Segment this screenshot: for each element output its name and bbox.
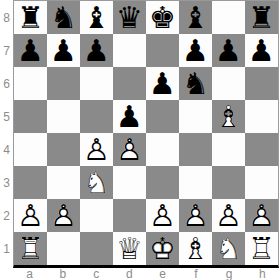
square-g3[interactable] [212,166,245,199]
square-b8[interactable]: ♞ [47,1,80,34]
square-b3[interactable] [47,166,80,199]
white-pawn-glyph: ♙ [149,198,176,233]
black-king: ♚ [149,3,176,33]
black-pawn-glyph: ♟ [83,33,110,68]
white-rook-glyph: ♖ [17,231,44,266]
rank-label-8: 8 [0,1,13,34]
rank-label-4: 4 [0,133,13,166]
square-h6[interactable] [245,67,278,100]
square-g5[interactable]: ♝♗ [212,100,245,133]
white-pawn-glyph: ♙ [50,198,77,233]
white-pawn: ♟♙ [215,201,242,231]
square-f6[interactable]: ♞ [179,67,212,100]
black-bishop: ♝ [182,3,209,33]
square-h3[interactable] [245,166,278,199]
square-c5[interactable] [80,100,113,133]
square-f8[interactable]: ♝ [179,1,212,34]
black-pawn: ♟ [83,36,110,66]
black-bishop-glyph: ♝ [182,0,209,35]
black-rook-glyph: ♜ [17,0,44,35]
square-c8[interactable]: ♝ [80,1,113,34]
white-pawn-glyph: ♙ [17,198,44,233]
square-b4[interactable] [47,133,80,166]
square-f4[interactable] [179,133,212,166]
white-king-glyph: ♔ [149,231,176,266]
square-h4[interactable] [245,133,278,166]
white-bishop: ♝♗ [215,102,242,132]
white-pawn: ♟♙ [116,135,143,165]
black-bishop-glyph: ♝ [83,0,110,35]
square-f1[interactable]: ♝♗ [179,232,212,265]
black-pawn-glyph: ♟ [248,33,275,68]
square-c1[interactable] [80,232,113,265]
file-label-f: f [179,268,212,280]
file-label-e: e [146,268,179,280]
square-g4[interactable] [212,133,245,166]
white-pawn: ♟♙ [248,201,275,231]
black-knight: ♞ [182,69,209,99]
square-c6[interactable] [80,67,113,100]
file-label-b: b [46,268,79,280]
white-pawn: ♟♙ [50,201,77,231]
white-pawn-glyph: ♙ [83,132,110,167]
square-g7[interactable]: ♟ [212,34,245,67]
square-d4[interactable]: ♟♙ [113,133,146,166]
square-g2[interactable]: ♟♙ [212,199,245,232]
white-pawn: ♟♙ [17,201,44,231]
black-knight-glyph: ♞ [50,0,77,35]
square-a4[interactable] [14,133,47,166]
white-king: ♚♔ [149,234,176,264]
white-queen: ♛♕ [116,234,143,264]
white-pawn: ♟♙ [83,135,110,165]
black-pawn: ♟ [149,69,176,99]
square-g6[interactable] [212,67,245,100]
square-d2[interactable] [113,199,146,232]
square-h2[interactable]: ♟♙ [245,199,278,232]
square-d5[interactable]: ♟ [113,100,146,133]
black-pawn: ♟ [248,36,275,66]
black-rook: ♜ [248,3,275,33]
black-pawn-glyph: ♟ [17,33,44,68]
black-rook: ♜ [17,3,44,33]
file-label-c: c [80,268,113,280]
black-pawn: ♟ [215,36,242,66]
square-h1[interactable]: ♜♖ [245,232,278,265]
black-queen-glyph: ♛ [116,0,143,35]
black-queen: ♛ [116,3,143,33]
white-pawn: ♟♙ [182,201,209,231]
square-e2[interactable]: ♟♙ [146,199,179,232]
black-pawn: ♟ [50,36,77,66]
square-e8[interactable]: ♚ [146,1,179,34]
file-labels: abcdefgh [13,268,279,280]
black-pawn: ♟ [116,102,143,132]
chess-board: ♜♞♝♛♚♝♜♟♟♟♟♟♟♟♞♟♝♗♟♙♟♙♞♘♟♙♟♙♟♙♟♙♟♙♟♙♜♖♛♕… [13,0,279,268]
square-a8[interactable]: ♜ [14,1,47,34]
white-rook: ♜♖ [17,234,44,264]
white-rook: ♜♖ [248,234,275,264]
black-bishop: ♝ [83,3,110,33]
white-knight-glyph: ♘ [215,231,242,266]
black-pawn-glyph: ♟ [116,99,143,134]
square-c7[interactable]: ♟ [80,34,113,67]
square-g1[interactable]: ♞♘ [212,232,245,265]
file-label-h: h [246,268,279,280]
file-label-d: d [113,268,146,280]
square-a7[interactable]: ♟ [14,34,47,67]
black-pawn: ♟ [182,36,209,66]
black-pawn-glyph: ♟ [149,66,176,101]
square-e1[interactable]: ♚♔ [146,232,179,265]
square-b6[interactable] [47,67,80,100]
square-f5[interactable] [179,100,212,133]
chess-board-diagram: 87654321 ♜♞♝♛♚♝♜♟♟♟♟♟♟♟♞♟♝♗♟♙♟♙♞♘♟♙♟♙♟♙♟… [0,0,280,280]
square-e4[interactable] [146,133,179,166]
white-pawn-glyph: ♙ [182,198,209,233]
rank-label-5: 5 [0,100,13,133]
square-a5[interactable] [14,100,47,133]
square-b2[interactable]: ♟♙ [47,199,80,232]
black-pawn-glyph: ♟ [215,33,242,68]
square-b1[interactable] [47,232,80,265]
square-d3[interactable] [113,166,146,199]
black-pawn: ♟ [17,36,44,66]
square-c3[interactable]: ♞♘ [80,166,113,199]
rank-label-7: 7 [0,34,13,67]
square-e7[interactable] [146,34,179,67]
rank-label-2: 2 [0,199,13,232]
black-knight-glyph: ♞ [182,66,209,101]
white-pawn-glyph: ♙ [215,198,242,233]
square-e5[interactable] [146,100,179,133]
white-knight: ♞♘ [215,234,242,264]
white-bishop-glyph: ♗ [182,231,209,266]
square-d6[interactable] [113,67,146,100]
square-a1[interactable]: ♜♖ [14,232,47,265]
square-f7[interactable]: ♟ [179,34,212,67]
rank-label-3: 3 [0,166,13,199]
square-c2[interactable] [80,199,113,232]
black-knight: ♞ [50,3,77,33]
square-b5[interactable] [47,100,80,133]
square-d7[interactable] [113,34,146,67]
white-knight-glyph: ♘ [83,165,110,200]
rank-label-6: 6 [0,67,13,100]
square-f2[interactable]: ♟♙ [179,199,212,232]
black-rook-glyph: ♜ [248,0,275,35]
square-a6[interactable] [14,67,47,100]
square-c4[interactable]: ♟♙ [80,133,113,166]
square-a3[interactable] [14,166,47,199]
black-pawn-glyph: ♟ [182,33,209,68]
square-b7[interactable]: ♟ [47,34,80,67]
file-label-g: g [213,268,246,280]
rank-label-1: 1 [0,232,13,265]
square-h5[interactable] [245,100,278,133]
square-d8[interactable]: ♛ [113,1,146,34]
square-h7[interactable]: ♟ [245,34,278,67]
square-f3[interactable] [179,166,212,199]
square-a2[interactable]: ♟♙ [14,199,47,232]
rank-labels: 87654321 [0,1,13,265]
square-h8[interactable]: ♜ [245,1,278,34]
black-pawn-glyph: ♟ [50,33,77,68]
square-e3[interactable] [146,166,179,199]
white-knight: ♞♘ [83,168,110,198]
square-g8[interactable] [212,1,245,34]
white-pawn-glyph: ♙ [248,198,275,233]
white-pawn: ♟♙ [149,201,176,231]
square-e6[interactable]: ♟ [146,67,179,100]
black-king-glyph: ♚ [149,0,176,35]
white-queen-glyph: ♕ [116,231,143,266]
square-d1[interactable]: ♛♕ [113,232,146,265]
white-rook-glyph: ♖ [248,231,275,266]
white-bishop: ♝♗ [182,234,209,264]
white-pawn-glyph: ♙ [116,132,143,167]
file-label-a: a [13,268,46,280]
white-bishop-glyph: ♗ [215,99,242,134]
